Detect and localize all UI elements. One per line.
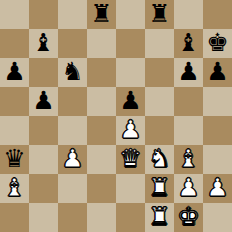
black-queen-icon[interactable]: ♛ [3,145,25,173]
square-b4[interactable] [29,116,58,145]
square-e2[interactable] [116,174,145,203]
white-pawn-icon[interactable]: ♟ [119,116,141,144]
square-g5[interactable] [174,87,203,116]
white-bishop-icon[interactable]: ♝ [177,145,199,173]
square-d5[interactable] [87,87,116,116]
black-knight-icon[interactable]: ♞ [61,58,83,86]
square-g6[interactable]: ♟ [174,58,203,87]
square-a4[interactable] [0,116,29,145]
white-pawn-icon[interactable]: ♟ [61,145,83,173]
square-a1[interactable] [0,203,29,232]
square-a3[interactable]: ♛ [0,145,29,174]
square-f2[interactable]: ♜ [145,174,174,203]
white-rook-icon[interactable]: ♜ [148,174,170,202]
white-knight-icon[interactable]: ♞ [148,145,170,173]
square-f4[interactable] [145,116,174,145]
square-g7[interactable]: ♝ [174,29,203,58]
square-a7[interactable] [0,29,29,58]
square-e8[interactable] [116,0,145,29]
square-d7[interactable] [87,29,116,58]
square-f3[interactable]: ♞ [145,145,174,174]
square-f5[interactable] [145,87,174,116]
square-c5[interactable] [58,87,87,116]
square-h8[interactable] [203,0,232,29]
square-c1[interactable] [58,203,87,232]
white-king-icon[interactable]: ♚ [177,203,199,231]
white-pawn-icon[interactable]: ♟ [206,174,228,202]
square-g8[interactable] [174,0,203,29]
square-e1[interactable] [116,203,145,232]
white-queen-icon[interactable]: ♛ [119,145,141,173]
square-h7[interactable]: ♚ [203,29,232,58]
square-a5[interactable] [0,87,29,116]
black-king-icon[interactable]: ♚ [206,29,228,57]
square-d6[interactable] [87,58,116,87]
black-rook-icon[interactable]: ♜ [148,0,170,28]
square-d1[interactable] [87,203,116,232]
square-g1[interactable]: ♚ [174,203,203,232]
square-h6[interactable]: ♟ [203,58,232,87]
square-h4[interactable] [203,116,232,145]
white-pawn-icon[interactable]: ♟ [177,174,199,202]
square-e3[interactable]: ♛ [116,145,145,174]
square-a2[interactable]: ♝ [0,174,29,203]
square-f6[interactable] [145,58,174,87]
square-b7[interactable]: ♝ [29,29,58,58]
square-b5[interactable]: ♟ [29,87,58,116]
square-e7[interactable] [116,29,145,58]
black-pawn-icon[interactable]: ♟ [3,58,25,86]
square-c3[interactable]: ♟ [58,145,87,174]
square-a8[interactable] [0,0,29,29]
square-b6[interactable] [29,58,58,87]
square-b3[interactable] [29,145,58,174]
square-h3[interactable] [203,145,232,174]
square-g3[interactable]: ♝ [174,145,203,174]
white-rook-icon[interactable]: ♜ [148,203,170,231]
square-e4[interactable]: ♟ [116,116,145,145]
square-c8[interactable] [58,0,87,29]
square-d2[interactable] [87,174,116,203]
square-h2[interactable]: ♟ [203,174,232,203]
square-h5[interactable] [203,87,232,116]
square-g4[interactable] [174,116,203,145]
white-bishop-icon[interactable]: ♝ [3,174,25,202]
square-g2[interactable]: ♟ [174,174,203,203]
black-pawn-icon[interactable]: ♟ [119,87,141,115]
square-f8[interactable]: ♜ [145,0,174,29]
square-h1[interactable] [203,203,232,232]
square-f7[interactable] [145,29,174,58]
square-c7[interactable] [58,29,87,58]
square-e5[interactable]: ♟ [116,87,145,116]
square-d4[interactable] [87,116,116,145]
square-b2[interactable] [29,174,58,203]
black-pawn-icon[interactable]: ♟ [32,87,54,115]
square-b1[interactable] [29,203,58,232]
chess-board: ♜♜♝♝♚♟♞♟♟♟♟♟♛♟♛♞♝♝♜♟♟♜♚ [0,0,232,232]
black-pawn-icon[interactable]: ♟ [206,58,228,86]
black-rook-icon[interactable]: ♜ [90,0,112,28]
square-e6[interactable] [116,58,145,87]
black-bishop-icon[interactable]: ♝ [177,29,199,57]
square-b8[interactable] [29,0,58,29]
black-bishop-icon[interactable]: ♝ [32,29,54,57]
square-c6[interactable]: ♞ [58,58,87,87]
square-d3[interactable] [87,145,116,174]
square-c4[interactable] [58,116,87,145]
square-a6[interactable]: ♟ [0,58,29,87]
square-c2[interactable] [58,174,87,203]
square-d8[interactable]: ♜ [87,0,116,29]
square-f1[interactable]: ♜ [145,203,174,232]
black-pawn-icon[interactable]: ♟ [177,58,199,86]
